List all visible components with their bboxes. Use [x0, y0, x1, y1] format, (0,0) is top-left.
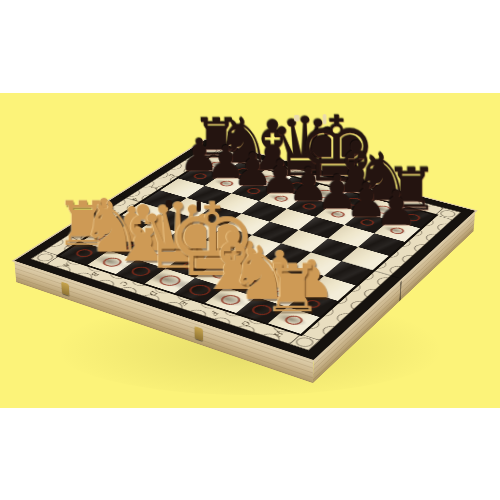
photo-stage: ABCDEFGH 12345678 ♜♞♝♛♚♝♞♜♟♟♟♟♟♟♟♟♟♟♟♟♟♟…	[0, 0, 500, 500]
brass-clasp-icon	[195, 326, 204, 341]
black-pawn-glyph: ♟	[366, 184, 426, 232]
fold-seam-notch	[399, 278, 402, 301]
brass-clasp-icon	[61, 282, 69, 296]
black-king-finial-tip	[323, 114, 327, 124]
board-scene: ABCDEFGH 12345678 ♜♞♝♛♚♝♞♜♟♟♟♟♟♟♟♟♟♟♟♟♟♟…	[85, 68, 419, 402]
white-rook-glyph: ♜	[260, 255, 326, 321]
white-king-finial-tip	[197, 200, 201, 212]
